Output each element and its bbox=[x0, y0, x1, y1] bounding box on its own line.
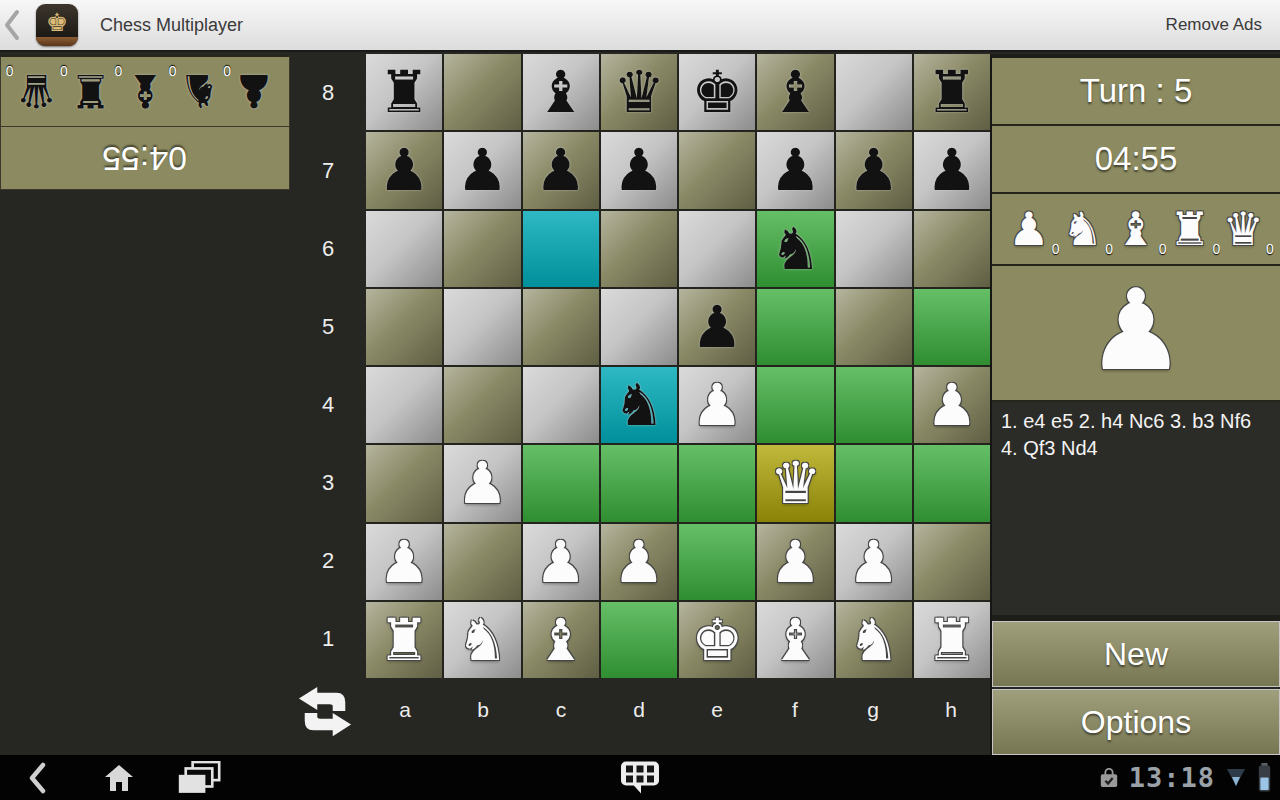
opponent-captured-tray: ♟0♞0♝0♜0♛0 bbox=[0, 55, 290, 127]
turn-text: Turn : 5 bbox=[1080, 72, 1193, 110]
app-title: Chess Multiplayer bbox=[100, 15, 243, 36]
player-captured-pawn: ♟0 bbox=[1008, 206, 1049, 252]
square-b2[interactable] bbox=[444, 524, 520, 600]
white-pawn-e4: ♟ bbox=[691, 376, 743, 434]
square-h2[interactable] bbox=[914, 524, 990, 600]
top-action-bar: ♚ Chess Multiplayer Remove Ads bbox=[0, 0, 1280, 52]
square-g1[interactable]: ♞ bbox=[836, 602, 912, 678]
square-a5[interactable] bbox=[366, 289, 442, 365]
opponent-panel: ♟0♞0♝0♜0♛0 04:55 bbox=[0, 55, 290, 190]
file-label-h: h bbox=[912, 682, 990, 738]
black-pawn-e5: ♟ bbox=[691, 298, 743, 356]
player-captured-knight-count: 0 bbox=[1105, 242, 1113, 256]
crown-icon: ♚ bbox=[46, 10, 68, 35]
square-g4[interactable] bbox=[836, 367, 912, 443]
rank-label-2: 2 bbox=[290, 522, 366, 600]
square-f4[interactable] bbox=[757, 367, 833, 443]
rank-label-5: 5 bbox=[290, 288, 366, 366]
black-rook-h8: ♜ bbox=[926, 63, 978, 121]
black-king-e8: ♚ bbox=[691, 63, 743, 121]
rook-icon: ♜ bbox=[70, 65, 111, 119]
square-b6[interactable] bbox=[444, 211, 520, 287]
square-b4[interactable] bbox=[444, 367, 520, 443]
square-f8[interactable]: ♝ bbox=[757, 54, 833, 130]
rank-label-4: 4 bbox=[290, 366, 366, 444]
battery-icon bbox=[1257, 763, 1272, 792]
square-h6[interactable] bbox=[914, 211, 990, 287]
square-c7[interactable]: ♟ bbox=[523, 132, 599, 208]
square-a2[interactable]: ♟ bbox=[366, 524, 442, 600]
square-f6[interactable]: ♞ bbox=[757, 211, 833, 287]
pawn-icon: ♟ bbox=[1008, 202, 1049, 256]
bishop-icon: ♝ bbox=[1115, 202, 1156, 256]
white-pawn-d2: ♟ bbox=[613, 533, 665, 591]
notification-bag-icon bbox=[1099, 766, 1119, 790]
player-captured-queen: ♛0 bbox=[1223, 206, 1264, 252]
black-knight-f6: ♞ bbox=[769, 220, 821, 278]
white-pawn-g2: ♟ bbox=[848, 533, 900, 591]
square-e4[interactable]: ♟ bbox=[679, 367, 755, 443]
queen-icon: ♛ bbox=[16, 65, 57, 119]
square-e6[interactable] bbox=[679, 211, 755, 287]
square-d3[interactable] bbox=[601, 445, 677, 521]
opponent-captured-bishop: ♝0 bbox=[124, 69, 165, 115]
player-timer: 04:55 bbox=[992, 126, 1280, 194]
square-e5[interactable]: ♟ bbox=[679, 289, 755, 365]
player-captured-knight: ♞0 bbox=[1062, 206, 1103, 252]
white-pawn-b3: ♟ bbox=[456, 454, 508, 512]
black-pawn-b7: ♟ bbox=[456, 141, 508, 199]
square-d8[interactable]: ♛ bbox=[601, 54, 677, 130]
new-game-button[interactable]: New bbox=[992, 621, 1280, 687]
square-f5[interactable] bbox=[757, 289, 833, 365]
bishop-icon: ♝ bbox=[124, 65, 165, 119]
square-c8[interactable]: ♝ bbox=[523, 54, 599, 130]
square-b7[interactable]: ♟ bbox=[444, 132, 520, 208]
square-h8[interactable]: ♜ bbox=[914, 54, 990, 130]
file-label-e: e bbox=[678, 682, 756, 738]
rank-label-6: 6 bbox=[290, 210, 366, 288]
player-captured-queen-count: 0 bbox=[1266, 242, 1274, 256]
square-e1[interactable]: ♚ bbox=[679, 602, 755, 678]
rook-icon: ♜ bbox=[1169, 202, 1210, 256]
player-captured-rook: ♜0 bbox=[1169, 206, 1210, 252]
square-a4[interactable] bbox=[366, 367, 442, 443]
nav-recent-apps-icon[interactable] bbox=[176, 755, 222, 800]
file-label-c: c bbox=[522, 682, 600, 738]
rank-label-8: 8 bbox=[290, 54, 366, 132]
square-d1[interactable] bbox=[601, 602, 677, 678]
black-pawn-d7: ♟ bbox=[613, 141, 665, 199]
file-label-b: b bbox=[444, 682, 522, 738]
chess-multiplayer-screen: ♚ Chess Multiplayer Remove Ads ♟0♞0♝0♜0♛… bbox=[0, 0, 1280, 800]
rank-label-3: 3 bbox=[290, 444, 366, 522]
opponent-timer-text: 04:55 bbox=[102, 139, 187, 178]
square-e8[interactable]: ♚ bbox=[679, 54, 755, 130]
app-icon[interactable]: ♚ bbox=[36, 4, 78, 46]
white-pawn-c2: ♟ bbox=[535, 533, 587, 591]
square-g6[interactable] bbox=[836, 211, 912, 287]
square-a7[interactable]: ♟ bbox=[366, 132, 442, 208]
opponent-captured-rook-count: 0 bbox=[60, 65, 68, 79]
square-c2[interactable]: ♟ bbox=[523, 524, 599, 600]
square-a3[interactable] bbox=[366, 445, 442, 521]
nav-home-icon[interactable] bbox=[102, 755, 136, 800]
square-c4[interactable] bbox=[523, 367, 599, 443]
square-a6[interactable] bbox=[366, 211, 442, 287]
square-d4[interactable]: ♞ bbox=[601, 367, 677, 443]
flip-board-arrows-icon bbox=[293, 684, 357, 740]
white-bishop-f1: ♝ bbox=[769, 611, 821, 669]
remove-ads-button[interactable]: Remove Ads bbox=[1166, 15, 1262, 35]
system-bar: 13:18 bbox=[0, 755, 1280, 800]
square-b1[interactable]: ♞ bbox=[444, 602, 520, 678]
white-knight-g1: ♞ bbox=[848, 611, 900, 669]
opponent-captured-rook: ♜0 bbox=[70, 69, 111, 115]
rank-label-7: 7 bbox=[290, 132, 366, 210]
square-h7[interactable]: ♟ bbox=[914, 132, 990, 208]
square-g2[interactable]: ♟ bbox=[836, 524, 912, 600]
pawn-icon: ♟ bbox=[233, 65, 274, 119]
black-rook-a8: ♜ bbox=[378, 63, 430, 121]
white-knight-b1: ♞ bbox=[456, 611, 508, 669]
black-pawn-c7: ♟ bbox=[535, 141, 587, 199]
square-b3[interactable]: ♟ bbox=[444, 445, 520, 521]
white-rook-h1: ♜ bbox=[926, 611, 978, 669]
chess-board: ♜♝♛♚♝♜♟♟♟♟♟♟♟♞♟♞♟♟♟♛♟♟♟♟♟♜♞♝♚♝♞♜ bbox=[366, 54, 990, 678]
white-pawn-to-move-icon: ♟ bbox=[1086, 274, 1186, 386]
knight-icon: ♞ bbox=[1062, 202, 1103, 256]
square-h4[interactable]: ♟ bbox=[914, 367, 990, 443]
square-e2[interactable] bbox=[679, 524, 755, 600]
opponent-timer: 04:55 bbox=[0, 127, 290, 190]
flip-board-button[interactable] bbox=[289, 682, 361, 742]
white-queen-f3: ♛ bbox=[769, 454, 821, 512]
white-pawn-f2: ♟ bbox=[769, 533, 821, 591]
options-button[interactable]: Options bbox=[992, 689, 1280, 755]
square-f2[interactable]: ♟ bbox=[757, 524, 833, 600]
white-pawn-h4: ♟ bbox=[926, 376, 978, 434]
file-label-g: g bbox=[834, 682, 912, 738]
square-f3[interactable]: ♛ bbox=[757, 445, 833, 521]
white-pawn-a2: ♟ bbox=[378, 533, 430, 591]
keyboard-switcher-icon[interactable] bbox=[620, 755, 660, 800]
player-captured-tray: ♟0♞0♝0♜0♛0 bbox=[992, 194, 1280, 266]
black-pawn-f7: ♟ bbox=[769, 141, 821, 199]
black-bishop-f8: ♝ bbox=[769, 63, 821, 121]
player-panel: Turn : 5 04:55 ♟0♞0♝0♜0♛0 ♟ 1. e4 e5 2. … bbox=[990, 54, 1280, 755]
opponent-captured-queen: ♛0 bbox=[16, 69, 57, 115]
square-a8[interactable]: ♜ bbox=[366, 54, 442, 130]
black-knight-d4: ♞ bbox=[613, 376, 665, 434]
square-h1[interactable]: ♜ bbox=[914, 602, 990, 678]
file-label-f: f bbox=[756, 682, 834, 738]
square-g7[interactable]: ♟ bbox=[836, 132, 912, 208]
rank-labels: 87654321 bbox=[290, 54, 366, 678]
square-b5[interactable] bbox=[444, 289, 520, 365]
square-c6[interactable] bbox=[523, 211, 599, 287]
square-h3[interactable] bbox=[914, 445, 990, 521]
square-g8[interactable] bbox=[836, 54, 912, 130]
square-g5[interactable] bbox=[836, 289, 912, 365]
wifi-icon bbox=[1225, 768, 1247, 788]
square-a1[interactable]: ♜ bbox=[366, 602, 442, 678]
opponent-captured-pawn-count: 0 bbox=[223, 65, 231, 79]
square-d6[interactable] bbox=[601, 211, 677, 287]
opponent-captured-queen-count: 0 bbox=[6, 65, 14, 79]
square-c1[interactable]: ♝ bbox=[523, 602, 599, 678]
player-captured-pawn-count: 0 bbox=[1052, 242, 1060, 256]
square-f1[interactable]: ♝ bbox=[757, 602, 833, 678]
square-g3[interactable] bbox=[836, 445, 912, 521]
white-king-e1: ♚ bbox=[691, 611, 743, 669]
square-f7[interactable]: ♟ bbox=[757, 132, 833, 208]
clock: 13:18 bbox=[1129, 762, 1215, 793]
move-list: 1. e4 e5 2. h4 Nc6 3. b3 Nf6 4. Qf3 Nd4 bbox=[992, 402, 1280, 615]
queen-icon: ♛ bbox=[1223, 202, 1264, 256]
black-queen-d8: ♛ bbox=[613, 63, 665, 121]
status-cluster[interactable]: 13:18 bbox=[1099, 755, 1272, 800]
square-c3[interactable] bbox=[523, 445, 599, 521]
opponent-captured-knight: ♞0 bbox=[179, 69, 220, 115]
file-labels: abcdefgh bbox=[366, 682, 990, 738]
black-bishop-c8: ♝ bbox=[535, 63, 587, 121]
player-timer-text: 04:55 bbox=[1095, 140, 1178, 178]
file-label-a: a bbox=[366, 682, 444, 738]
square-c5[interactable] bbox=[523, 289, 599, 365]
player-captured-bishop-count: 0 bbox=[1159, 242, 1167, 256]
square-d5[interactable] bbox=[601, 289, 677, 365]
white-rook-a1: ♜ bbox=[378, 611, 430, 669]
square-h5[interactable] bbox=[914, 289, 990, 365]
black-pawn-g7: ♟ bbox=[848, 141, 900, 199]
square-e7[interactable] bbox=[679, 132, 755, 208]
nav-back-icon[interactable] bbox=[26, 755, 48, 800]
player-captured-bishop: ♝0 bbox=[1115, 206, 1156, 252]
player-captured-rook-count: 0 bbox=[1212, 242, 1220, 256]
back-chevron-icon[interactable] bbox=[2, 7, 24, 43]
rank-label-1: 1 bbox=[290, 600, 366, 678]
square-d7[interactable]: ♟ bbox=[601, 132, 677, 208]
square-e3[interactable] bbox=[679, 445, 755, 521]
opponent-captured-bishop-count: 0 bbox=[114, 65, 122, 79]
black-pawn-h7: ♟ bbox=[926, 141, 978, 199]
opponent-captured-pawn: ♟0 bbox=[233, 69, 274, 115]
turn-indicator: Turn : 5 bbox=[992, 58, 1280, 126]
file-label-d: d bbox=[600, 682, 678, 738]
square-d2[interactable]: ♟ bbox=[601, 524, 677, 600]
square-b8[interactable] bbox=[444, 54, 520, 130]
side-to-move: ♟ bbox=[992, 266, 1280, 402]
opponent-captured-knight-count: 0 bbox=[169, 65, 177, 79]
white-bishop-c1: ♝ bbox=[535, 611, 587, 669]
black-pawn-a7: ♟ bbox=[378, 141, 430, 199]
knight-icon: ♞ bbox=[179, 65, 220, 119]
